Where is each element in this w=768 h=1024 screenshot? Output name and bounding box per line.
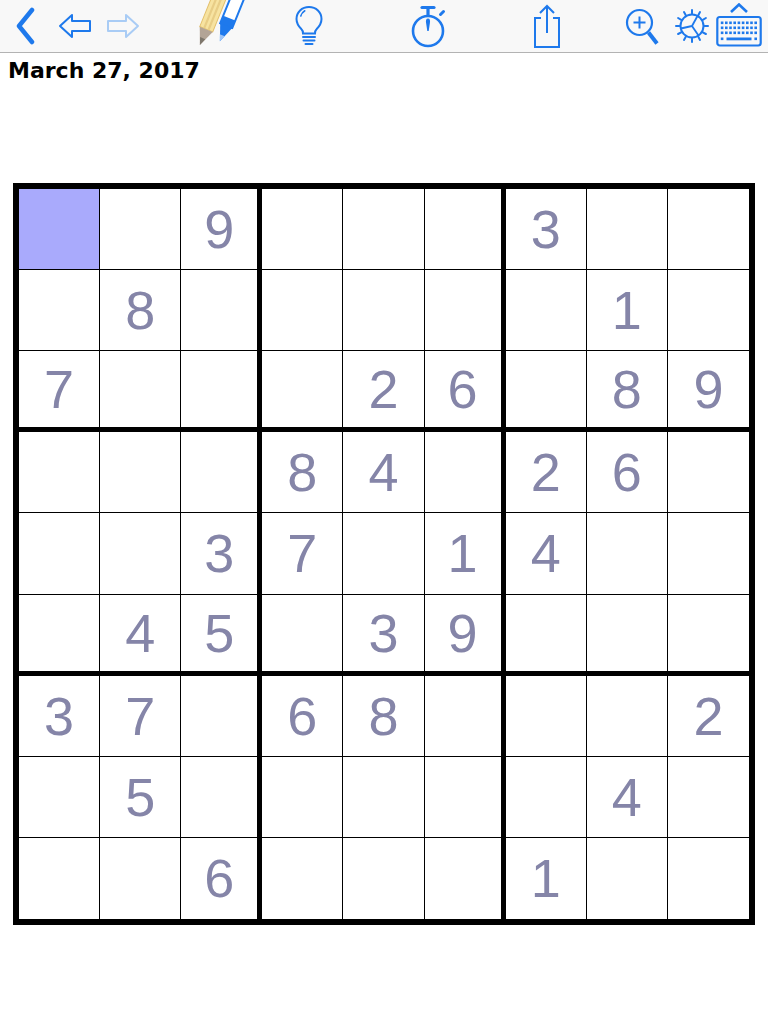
cell-r6c5[interactable]: 3: [343, 595, 424, 676]
cell-r9c5[interactable]: [343, 838, 424, 919]
cell-r4c1[interactable]: [19, 432, 100, 513]
cell-r2c5[interactable]: [343, 270, 424, 351]
cell-r2c4[interactable]: [262, 270, 343, 351]
cell-r3c7[interactable]: [506, 351, 587, 432]
cell-r9c7[interactable]: 1: [506, 838, 587, 919]
hint-button[interactable]: [292, 5, 326, 49]
cell-r3c5[interactable]: 2: [343, 351, 424, 432]
settings-button[interactable]: [670, 4, 714, 48]
cell-r5c9[interactable]: [668, 513, 749, 594]
cell-r8c1[interactable]: [19, 757, 100, 838]
redo-arrow-icon: [105, 11, 141, 41]
cell-r4c5[interactable]: 4: [343, 432, 424, 513]
undo-button[interactable]: [57, 11, 93, 41]
cell-r2c7[interactable]: [506, 270, 587, 351]
cell-r5c4[interactable]: 7: [262, 513, 343, 594]
pencils-icon: [188, 0, 248, 50]
share-icon: [529, 3, 565, 49]
cell-r8c9[interactable]: [668, 757, 749, 838]
cell-r4c8[interactable]: 6: [587, 432, 668, 513]
cell-r7c5[interactable]: 8: [343, 676, 424, 757]
cell-r7c9[interactable]: 2: [668, 676, 749, 757]
cell-r2c8[interactable]: 1: [587, 270, 668, 351]
cell-r6c8[interactable]: [587, 595, 668, 676]
cell-r6c1[interactable]: [19, 595, 100, 676]
cell-r4c7[interactable]: 2: [506, 432, 587, 513]
cell-r9c9[interactable]: [668, 838, 749, 919]
cell-r9c2[interactable]: [100, 838, 181, 919]
cell-r6c2[interactable]: 4: [100, 595, 181, 676]
cell-r2c3[interactable]: [181, 270, 262, 351]
cell-r9c4[interactable]: [262, 838, 343, 919]
cell-r1c8[interactable]: [587, 189, 668, 270]
sudoku-board: 938172689842637144539376825461: [13, 183, 755, 925]
cell-r8c8[interactable]: 4: [587, 757, 668, 838]
cell-r1c5[interactable]: [343, 189, 424, 270]
cell-r7c7[interactable]: [506, 676, 587, 757]
cell-r1c9[interactable]: [668, 189, 749, 270]
cell-r2c2[interactable]: 8: [100, 270, 181, 351]
cell-r1c6[interactable]: [425, 189, 506, 270]
cell-r7c1[interactable]: 3: [19, 676, 100, 757]
cell-r4c2[interactable]: [100, 432, 181, 513]
share-button[interactable]: [529, 3, 565, 49]
cell-r3c9[interactable]: 9: [668, 351, 749, 432]
cell-r6c6[interactable]: 9: [425, 595, 506, 676]
cell-r3c1[interactable]: 7: [19, 351, 100, 432]
cell-r3c8[interactable]: 8: [587, 351, 668, 432]
puzzle-date: March 27, 2017: [8, 58, 200, 83]
redo-button[interactable]: [105, 11, 141, 41]
cell-r5c8[interactable]: [587, 513, 668, 594]
cell-r9c3[interactable]: 6: [181, 838, 262, 919]
cell-r4c6[interactable]: [425, 432, 506, 513]
cell-r8c5[interactable]: [343, 757, 424, 838]
cell-r5c7[interactable]: 4: [506, 513, 587, 594]
cell-r2c6[interactable]: [425, 270, 506, 351]
cell-r1c2[interactable]: [100, 189, 181, 270]
gear-icon: [670, 4, 714, 48]
cell-r8c7[interactable]: [506, 757, 587, 838]
cell-r4c9[interactable]: [668, 432, 749, 513]
cell-r9c1[interactable]: [19, 838, 100, 919]
keyboard-button[interactable]: [716, 3, 762, 49]
cell-r9c6[interactable]: [425, 838, 506, 919]
cell-r4c3[interactable]: [181, 432, 262, 513]
cell-r8c4[interactable]: [262, 757, 343, 838]
back-button[interactable]: [12, 7, 38, 45]
zoom-button[interactable]: [623, 6, 663, 48]
cell-r1c1[interactable]: [19, 189, 100, 270]
cell-r5c5[interactable]: [343, 513, 424, 594]
undo-arrow-icon: [57, 11, 93, 41]
lightbulb-icon: [292, 5, 326, 49]
pencil-marks-button[interactable]: [188, 0, 248, 50]
cell-r3c3[interactable]: [181, 351, 262, 432]
magnifier-plus-icon: [623, 6, 663, 48]
cell-r4c4[interactable]: 8: [262, 432, 343, 513]
cell-r3c6[interactable]: 6: [425, 351, 506, 432]
stopwatch-icon: [408, 4, 448, 50]
cell-r1c3[interactable]: 9: [181, 189, 262, 270]
timer-button[interactable]: [408, 4, 448, 50]
cell-r7c6[interactable]: [425, 676, 506, 757]
keyboard-icon: [716, 3, 762, 49]
cell-r2c1[interactable]: [19, 270, 100, 351]
cell-r8c6[interactable]: [425, 757, 506, 838]
cell-r7c8[interactable]: [587, 676, 668, 757]
toolbar: [0, 0, 768, 53]
cell-r5c1[interactable]: [19, 513, 100, 594]
cell-r7c3[interactable]: [181, 676, 262, 757]
cell-r7c2[interactable]: 7: [100, 676, 181, 757]
cell-r9c8[interactable]: [587, 838, 668, 919]
cell-r6c7[interactable]: [506, 595, 587, 676]
chevron-left-icon: [12, 7, 38, 45]
cell-r3c4[interactable]: [262, 351, 343, 432]
cell-r5c6[interactable]: 1: [425, 513, 506, 594]
cell-r8c2[interactable]: 5: [100, 757, 181, 838]
cell-r6c9[interactable]: [668, 595, 749, 676]
cell-r3c2[interactable]: [100, 351, 181, 432]
cell-r5c3[interactable]: 3: [181, 513, 262, 594]
cell-r6c4[interactable]: [262, 595, 343, 676]
cell-r1c4[interactable]: [262, 189, 343, 270]
cell-r1c7[interactable]: 3: [506, 189, 587, 270]
cell-r5c2[interactable]: [100, 513, 181, 594]
cell-r7c4[interactable]: 6: [262, 676, 343, 757]
cell-r8c3[interactable]: [181, 757, 262, 838]
cell-r2c9[interactable]: [668, 270, 749, 351]
cell-r6c3[interactable]: 5: [181, 595, 262, 676]
